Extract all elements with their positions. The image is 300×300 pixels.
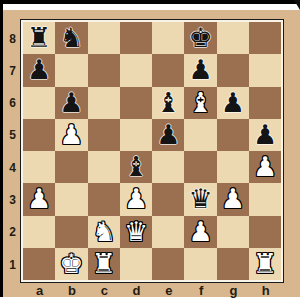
square-h6[interactable]	[249, 87, 281, 119]
black-bishop: ♝	[124, 151, 148, 183]
square-d1[interactable]	[120, 248, 152, 280]
square-e1[interactable]	[152, 248, 184, 280]
file-label-c: c	[88, 284, 120, 298]
square-f8[interactable]: ♚	[184, 22, 216, 54]
square-g5[interactable]	[217, 119, 249, 151]
square-f3[interactable]: ♛	[184, 183, 216, 215]
white-rook: ♜	[253, 248, 277, 280]
file-label-h: h	[250, 284, 282, 298]
black-bishop: ♝	[156, 87, 180, 119]
chess-board-wrap: ♜♞♚♟♟♟♝♝♟♟♟♟♝♟♟♟♛♟♞♛♟♚♜♜	[20, 19, 284, 283]
square-d8[interactable]	[120, 22, 152, 54]
white-pawn: ♟	[124, 183, 148, 215]
rank-label-7: 7	[2, 55, 16, 87]
square-a3[interactable]: ♟	[23, 183, 55, 215]
rank-label-4: 4	[2, 152, 16, 184]
square-a6[interactable]	[23, 87, 55, 119]
square-c2[interactable]: ♞	[88, 216, 120, 248]
black-pawn: ♟	[59, 87, 83, 119]
black-rook: ♜	[27, 22, 51, 54]
file-label-g: g	[217, 284, 249, 298]
square-d5[interactable]	[120, 119, 152, 151]
square-g6[interactable]: ♟	[217, 87, 249, 119]
square-g3[interactable]: ♟	[217, 183, 249, 215]
white-pawn: ♟	[27, 183, 51, 215]
file-label-e: e	[153, 284, 185, 298]
square-c8[interactable]	[88, 22, 120, 54]
square-b2[interactable]	[55, 216, 87, 248]
black-pawn: ♟	[156, 119, 180, 151]
square-b1[interactable]: ♚	[55, 248, 87, 280]
square-b7[interactable]	[55, 54, 87, 86]
square-a8[interactable]: ♜	[23, 22, 55, 54]
rank-label-1: 1	[2, 249, 16, 281]
white-pawn: ♟	[253, 151, 277, 183]
square-a7[interactable]: ♟	[23, 54, 55, 86]
square-b4[interactable]	[55, 151, 87, 183]
square-c6[interactable]	[88, 87, 120, 119]
black-knight: ♞	[59, 22, 83, 54]
white-pawn: ♟	[189, 216, 213, 248]
square-h5[interactable]: ♟	[249, 119, 281, 151]
square-h2[interactable]	[249, 216, 281, 248]
square-f6[interactable]: ♝	[184, 87, 216, 119]
file-label-b: b	[56, 284, 88, 298]
square-g2[interactable]	[217, 216, 249, 248]
square-h3[interactable]	[249, 183, 281, 215]
white-king: ♚	[59, 248, 83, 280]
board: ♜♞♚♟♟♟♝♝♟♟♟♟♝♟♟♟♛♟♞♛♟♚♜♜	[23, 22, 281, 280]
rank-label-3: 3	[2, 184, 16, 216]
square-e5[interactable]: ♟	[152, 119, 184, 151]
square-e2[interactable]	[152, 216, 184, 248]
square-a2[interactable]	[23, 216, 55, 248]
black-pawn: ♟	[27, 54, 51, 86]
file-label-f: f	[185, 284, 217, 298]
square-c5[interactable]	[88, 119, 120, 151]
square-h4[interactable]: ♟	[249, 151, 281, 183]
square-c7[interactable]	[88, 54, 120, 86]
white-knight: ♞	[92, 216, 116, 248]
file-label-a: a	[24, 284, 56, 298]
square-e8[interactable]	[152, 22, 184, 54]
square-d2[interactable]: ♛	[120, 216, 152, 248]
square-a1[interactable]	[23, 248, 55, 280]
rank-label-2: 2	[2, 216, 16, 248]
square-e6[interactable]: ♝	[152, 87, 184, 119]
square-e7[interactable]	[152, 54, 184, 86]
square-e3[interactable]	[152, 183, 184, 215]
file-label-d: d	[120, 284, 152, 298]
square-d6[interactable]	[120, 87, 152, 119]
white-rook: ♜	[92, 248, 116, 280]
rank-label-5: 5	[2, 119, 16, 151]
square-c3[interactable]	[88, 183, 120, 215]
square-g7[interactable]	[217, 54, 249, 86]
square-f5[interactable]	[184, 119, 216, 151]
square-g1[interactable]	[217, 248, 249, 280]
black-pawn: ♟	[221, 87, 245, 119]
square-g4[interactable]	[217, 151, 249, 183]
rank-label-6: 6	[2, 87, 16, 119]
rank-label-8: 8	[2, 23, 16, 55]
square-b8[interactable]: ♞	[55, 22, 87, 54]
square-a5[interactable]	[23, 119, 55, 151]
square-b5[interactable]: ♟	[55, 119, 87, 151]
white-pawn: ♟	[59, 119, 83, 151]
black-queen: ♛	[189, 183, 213, 215]
white-bishop: ♝	[189, 87, 213, 119]
square-c4[interactable]	[88, 151, 120, 183]
square-h1[interactable]: ♜	[249, 248, 281, 280]
black-pawn: ♟	[189, 54, 213, 86]
square-f4[interactable]	[184, 151, 216, 183]
square-h7[interactable]	[249, 54, 281, 86]
square-f7[interactable]: ♟	[184, 54, 216, 86]
white-queen: ♛	[124, 216, 148, 248]
black-pawn: ♟	[253, 119, 277, 151]
square-e4[interactable]	[152, 151, 184, 183]
white-pawn: ♟	[221, 183, 245, 215]
square-g8[interactable]	[217, 22, 249, 54]
square-h8[interactable]	[249, 22, 281, 54]
square-c1[interactable]: ♜	[88, 248, 120, 280]
black-king: ♚	[189, 22, 213, 54]
square-b3[interactable]	[55, 183, 87, 215]
square-d3[interactable]: ♟	[120, 183, 152, 215]
square-f2[interactable]: ♟	[184, 216, 216, 248]
square-d4[interactable]: ♝	[120, 151, 152, 183]
square-b6[interactable]: ♟	[55, 87, 87, 119]
square-f1[interactable]	[184, 248, 216, 280]
square-d7[interactable]	[120, 54, 152, 86]
square-a4[interactable]	[23, 151, 55, 183]
